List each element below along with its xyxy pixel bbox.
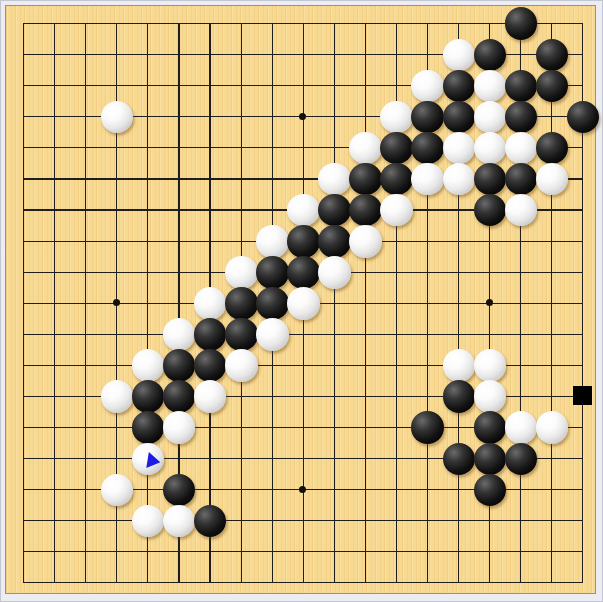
white-stone	[505, 132, 538, 165]
white-stone	[443, 163, 476, 196]
black-stone	[411, 101, 444, 134]
white-stone	[443, 39, 476, 72]
white-stone	[380, 194, 413, 227]
stones-grid	[7, 7, 597, 597]
white-stone	[101, 474, 134, 507]
white-stone	[101, 380, 134, 413]
black-stone	[505, 443, 538, 476]
white-stone	[318, 256, 351, 289]
black-stone	[380, 132, 413, 165]
white-stone	[287, 194, 320, 227]
black-stone	[163, 380, 196, 413]
go-board-window	[0, 0, 603, 602]
white-stone	[411, 70, 444, 103]
black-stone	[505, 70, 538, 103]
black-stone	[443, 101, 476, 134]
white-stone	[256, 225, 289, 258]
square-marker	[573, 386, 592, 405]
black-stone	[318, 225, 351, 258]
black-stone	[536, 39, 569, 72]
white-stone	[194, 287, 227, 320]
white-stone	[163, 318, 196, 351]
black-stone	[474, 194, 507, 227]
black-stone	[225, 318, 258, 351]
white-stone	[163, 411, 196, 444]
white-stone	[505, 194, 538, 227]
black-stone	[443, 443, 476, 476]
black-stone	[411, 132, 444, 165]
black-stone	[287, 225, 320, 258]
white-stone	[349, 132, 382, 165]
black-stone	[256, 256, 289, 289]
black-stone	[194, 505, 227, 538]
white-stone	[411, 163, 444, 196]
white-stone	[132, 349, 165, 382]
black-stone	[194, 318, 227, 351]
white-stone	[380, 101, 413, 134]
black-stone	[194, 349, 227, 382]
white-stone	[443, 132, 476, 165]
black-stone	[349, 194, 382, 227]
black-stone	[349, 163, 382, 196]
white-stone	[194, 380, 227, 413]
black-stone	[132, 411, 165, 444]
black-stone	[505, 101, 538, 134]
white-stone	[225, 256, 258, 289]
black-stone	[536, 132, 569, 165]
white-stone	[256, 318, 289, 351]
white-stone	[474, 132, 507, 165]
black-stone	[536, 70, 569, 103]
black-stone	[474, 474, 507, 507]
black-stone	[287, 256, 320, 289]
black-stone	[474, 411, 507, 444]
black-stone	[474, 163, 507, 196]
black-stone	[163, 349, 196, 382]
white-stone	[349, 225, 382, 258]
white-stone	[163, 505, 196, 538]
black-stone	[474, 443, 507, 476]
black-stone	[567, 101, 600, 134]
black-stone	[474, 39, 507, 72]
white-stone	[536, 411, 569, 444]
black-stone	[225, 287, 258, 320]
black-stone	[443, 70, 476, 103]
black-stone	[411, 411, 444, 444]
white-stone	[132, 505, 165, 538]
black-stone	[318, 194, 351, 227]
white-stone	[225, 349, 258, 382]
black-stone	[505, 163, 538, 196]
white-stone	[505, 411, 538, 444]
black-stone	[163, 474, 196, 507]
black-stone	[380, 163, 413, 196]
black-stone	[505, 7, 538, 40]
white-stone	[474, 380, 507, 413]
white-stone	[287, 287, 320, 320]
white-stone	[474, 70, 507, 103]
white-stone	[474, 101, 507, 134]
black-stone	[256, 287, 289, 320]
white-stone	[536, 163, 569, 196]
black-stone	[443, 380, 476, 413]
black-stone	[132, 380, 165, 413]
white-stone	[101, 101, 134, 134]
white-stone	[474, 349, 507, 382]
white-stone	[443, 349, 476, 382]
white-stone	[318, 163, 351, 196]
